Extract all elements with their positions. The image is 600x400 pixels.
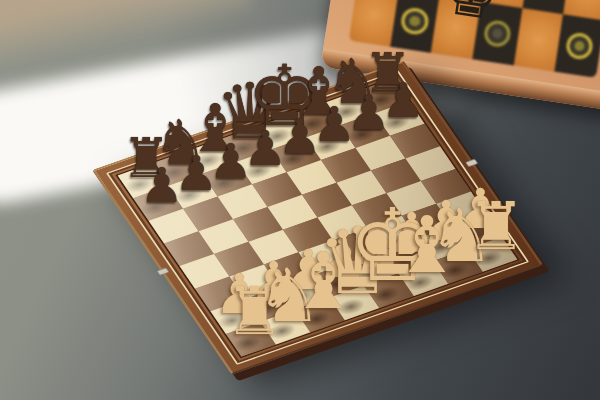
scene: ♚ ♞ ♜♞♝♛♚♝♞♜♟♟♟♟♟♟♟♟♟♟♟♟♟♟♟♟♜♞♝♛♚♝♞♜ bbox=[0, 0, 600, 400]
board-grid: ♜♞♝♛♚♝♞♜♟♟♟♟♟♟♟♟♟♟♟♟♟♟♟♟♜♞♝♛♚♝♞♜ bbox=[115, 77, 519, 359]
piece-black-pawn[interactable]: ♟ bbox=[343, 76, 463, 124]
board-frame: ♜♞♝♛♚♝♞♜♟♟♟♟♟♟♟♟♟♟♟♟♟♟♟♟♜♞♝♛♚♝♞♜ bbox=[92, 60, 544, 375]
board-inlay: ♜♞♝♛♚♝♞♜♟♟♟♟♟♟♟♟♟♟♟♟♟♟♟♟♜♞♝♛♚♝♞♜ bbox=[106, 70, 529, 365]
king-silhouette-icon: ♚ bbox=[440, 0, 502, 29]
checker-disc-icon bbox=[400, 6, 430, 36]
box-art-square bbox=[555, 14, 600, 78]
chess-board: ♜♞♝♛♚♝♞♜♟♟♟♟♟♟♟♟♟♟♟♟♟♟♟♟♜♞♝♛♚♝♞♜ bbox=[92, 60, 544, 375]
piece-white-rook[interactable]: ♜ bbox=[436, 194, 556, 260]
checker-disc-icon bbox=[564, 31, 594, 61]
